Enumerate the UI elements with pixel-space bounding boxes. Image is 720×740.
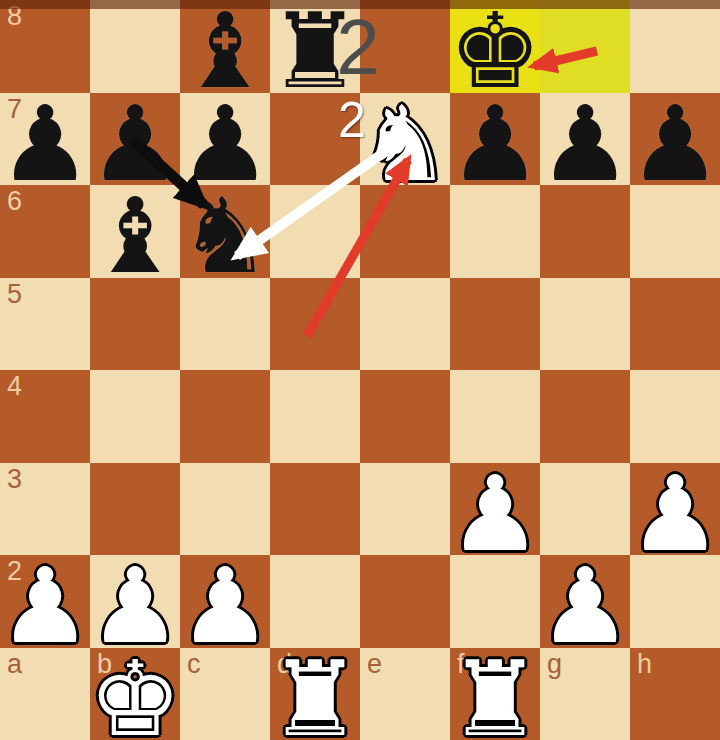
black-bishop[interactable]: ♝ — [90, 190, 180, 283]
square-a4[interactable]: 4 — [0, 370, 90, 463]
square-b6[interactable]: ♝ — [90, 185, 180, 278]
square-f5[interactable] — [450, 278, 540, 371]
square-e1[interactable]: e — [360, 648, 450, 740]
black-pawn[interactable]: ♟ — [540, 98, 630, 191]
square-f3[interactable]: ♟ — [450, 463, 540, 556]
square-b7[interactable]: ♟ — [90, 93, 180, 186]
square-e4[interactable] — [360, 370, 450, 463]
coord-label-4: 4 — [7, 372, 22, 402]
black-pawn[interactable]: ♟ — [630, 98, 720, 191]
square-c6[interactable]: ♞ — [180, 185, 270, 278]
square-e8[interactable] — [360, 0, 450, 93]
square-h7[interactable]: ♟ — [630, 93, 720, 186]
black-knight[interactable]: ♞ — [180, 190, 270, 283]
square-d4[interactable] — [270, 370, 360, 463]
square-g5[interactable] — [540, 278, 630, 371]
square-f8[interactable]: ♚ — [450, 0, 540, 93]
square-c3[interactable] — [180, 463, 270, 556]
square-a7[interactable]: 7♟ — [0, 93, 90, 186]
square-a2[interactable]: 2♟ — [0, 555, 90, 648]
black-pawn[interactable]: ♟ — [0, 98, 90, 191]
square-g7[interactable]: ♟ — [540, 93, 630, 186]
top-edge-strip — [0, 0, 720, 9]
square-c2[interactable]: ♟ — [180, 555, 270, 648]
square-d1[interactable]: d♜ — [270, 648, 360, 740]
black-pawn[interactable]: ♟ — [450, 98, 540, 191]
square-d8[interactable]: ♜ — [270, 0, 360, 93]
square-h5[interactable] — [630, 278, 720, 371]
white-pawn[interactable]: ♟ — [0, 560, 90, 653]
square-a8[interactable]: 8 — [0, 0, 90, 93]
square-c8[interactable]: ♝ — [180, 0, 270, 93]
square-a5[interactable]: 5 — [0, 278, 90, 371]
square-b2[interactable]: ♟ — [90, 555, 180, 648]
coord-label-5: 5 — [7, 280, 22, 310]
white-pawn[interactable]: ♟ — [450, 468, 540, 561]
square-g8[interactable] — [540, 0, 630, 93]
white-pawn[interactable]: ♟ — [630, 468, 720, 561]
square-e2[interactable] — [360, 555, 450, 648]
square-g3[interactable] — [540, 463, 630, 556]
square-h3[interactable]: ♟ — [630, 463, 720, 556]
square-h8[interactable] — [630, 0, 720, 93]
square-e7[interactable]: ♞ — [360, 93, 450, 186]
square-f7[interactable]: ♟ — [450, 93, 540, 186]
square-d5[interactable] — [270, 278, 360, 371]
white-rook[interactable]: ♜ — [450, 653, 540, 740]
square-h1[interactable]: h — [630, 648, 720, 740]
black-rook[interactable]: ♜ — [270, 5, 360, 98]
square-c7[interactable]: ♟ — [180, 93, 270, 186]
white-rook[interactable]: ♜ — [270, 653, 360, 740]
square-d3[interactable] — [270, 463, 360, 556]
coord-label-e: e — [367, 650, 382, 680]
square-f1[interactable]: f♜ — [450, 648, 540, 740]
square-a3[interactable]: 3 — [0, 463, 90, 556]
coord-label-3: 3 — [7, 465, 22, 495]
white-pawn[interactable]: ♟ — [180, 560, 270, 653]
white-knight[interactable]: ♞ — [360, 98, 450, 191]
square-d2[interactable] — [270, 555, 360, 648]
square-e3[interactable] — [360, 463, 450, 556]
square-h4[interactable] — [630, 370, 720, 463]
square-f4[interactable] — [450, 370, 540, 463]
chess-app-screen: 8♝♜♚7♟♟♟♞♟♟♟6♝♞543♟♟2♟♟♟♟ab♚cd♜ef♜gh 2 2 — [0, 0, 720, 740]
square-b3[interactable] — [90, 463, 180, 556]
square-b8[interactable] — [90, 0, 180, 93]
chess-board: 8♝♜♚7♟♟♟♞♟♟♟6♝♞543♟♟2♟♟♟♟ab♚cd♜ef♜gh — [0, 0, 720, 740]
square-g2[interactable]: ♟ — [540, 555, 630, 648]
square-b4[interactable] — [90, 370, 180, 463]
square-d6[interactable] — [270, 185, 360, 278]
white-king[interactable]: ♚ — [90, 653, 180, 740]
square-e5[interactable] — [360, 278, 450, 371]
square-b1[interactable]: b♚ — [90, 648, 180, 740]
coord-label-h: h — [637, 650, 652, 680]
white-pawn[interactable]: ♟ — [540, 560, 630, 653]
square-c4[interactable] — [180, 370, 270, 463]
square-g4[interactable] — [540, 370, 630, 463]
